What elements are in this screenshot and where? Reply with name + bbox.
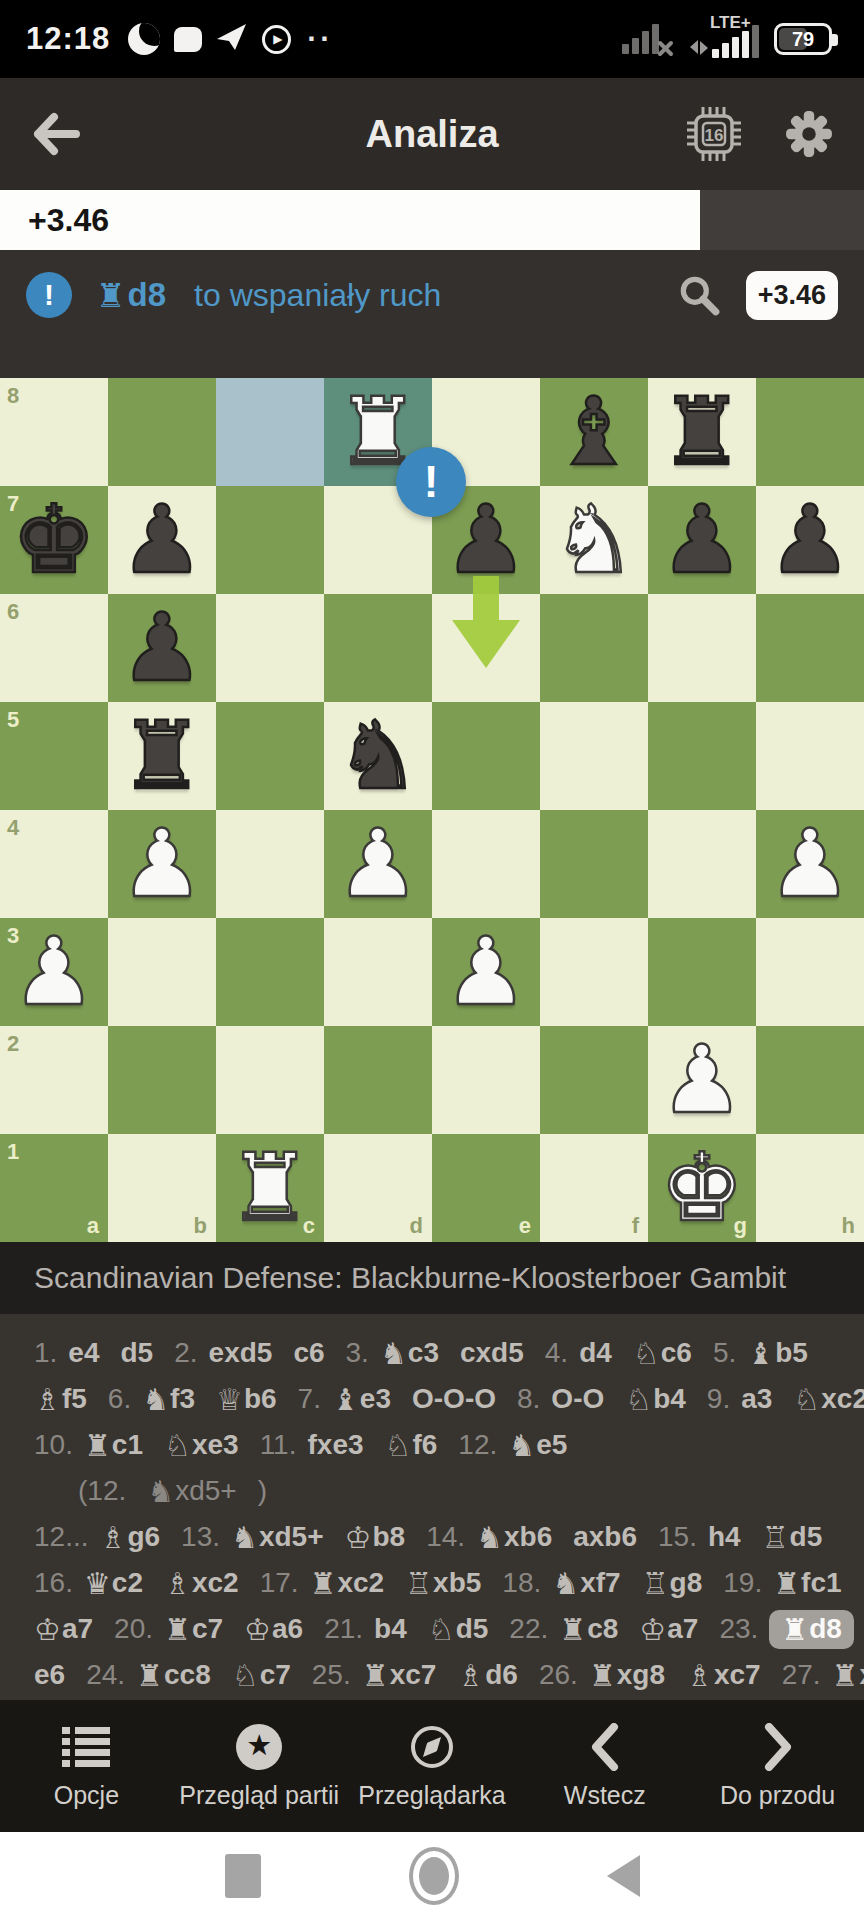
piece-wP-g2: ♟ xyxy=(648,1026,756,1134)
move-number: 7. xyxy=(298,1383,321,1415)
android-nav-bar xyxy=(0,1832,864,1920)
square-d5[interactable]: ♞ xyxy=(324,702,432,810)
move-number: 19. xyxy=(723,1567,762,1599)
move-number: 13. xyxy=(181,1521,220,1553)
piece-wP-b4: ♟ xyxy=(108,810,216,918)
figurine-bN: ♘ xyxy=(232,1658,259,1693)
move-token[interactable]: O-O-O xyxy=(412,1383,496,1415)
status-bar: 12:18 ▶ ·· LTE+ xyxy=(0,0,864,78)
search-icon[interactable] xyxy=(676,272,722,318)
square-a6[interactable]: 6 xyxy=(0,594,108,702)
file-label: b xyxy=(194,1213,207,1239)
figurine-wR: ♜ xyxy=(164,1612,191,1647)
square-b2[interactable] xyxy=(108,1026,216,1134)
move-number: 2. xyxy=(174,1337,197,1369)
move-number: 20. xyxy=(114,1613,153,1645)
battery-percent: 79 xyxy=(792,28,814,51)
file-label: h xyxy=(842,1213,855,1239)
square-c2[interactable] xyxy=(216,1026,324,1134)
piece-wP-e3: ♟ xyxy=(432,918,540,1026)
figurine-wN: ♞ xyxy=(508,1428,535,1463)
move-token[interactable]: ♖d5 xyxy=(762,1520,823,1555)
figurine-bN: ♘ xyxy=(385,1428,412,1463)
move-token[interactable]: ♞f3 xyxy=(142,1382,195,1417)
move-number: 12. xyxy=(458,1429,497,1461)
figurine-wR: ♜ xyxy=(310,1566,337,1601)
square-b8[interactable] xyxy=(108,378,216,486)
piece-bR-g8: ♜ xyxy=(648,378,756,486)
move-number: 9. xyxy=(707,1383,730,1415)
move-token[interactable]: ♗g6 xyxy=(99,1520,160,1555)
opening-name: Scandinavian Defense: Blackburne-Klooste… xyxy=(0,1242,864,1314)
square-c7[interactable] xyxy=(216,486,324,594)
square-f3[interactable] xyxy=(540,918,648,1026)
figurine-wR: ♜ xyxy=(589,1658,616,1693)
move-token[interactable]: ♘c7 xyxy=(232,1658,291,1693)
figurine-wN: ♞ xyxy=(552,1566,579,1601)
page-title: Analiza xyxy=(365,113,498,156)
square-h5[interactable] xyxy=(756,702,864,810)
move-token[interactable]: fxe3 xyxy=(307,1429,363,1461)
settings-gear-icon[interactable] xyxy=(784,109,834,159)
move-token[interactable]: ♕b6 xyxy=(216,1382,277,1417)
move-token[interactable]: ♛c2 xyxy=(84,1566,143,1601)
signal-sim1-icon xyxy=(622,15,674,63)
square-b3[interactable] xyxy=(108,918,216,1026)
move-number: 15. xyxy=(658,1521,697,1553)
square-c4[interactable] xyxy=(216,810,324,918)
move-token[interactable]: ♖xb5 xyxy=(405,1566,481,1601)
square-f4[interactable] xyxy=(540,810,648,918)
brilliant-move-badge: ! xyxy=(396,447,466,517)
chevron-left-icon xyxy=(588,1723,622,1771)
forward-move-button[interactable]: Do przodu xyxy=(691,1723,864,1810)
rank-label: 5 xyxy=(7,707,19,733)
square-a8[interactable]: 8 xyxy=(0,378,108,486)
analysis-comment: to wspaniały ruch xyxy=(194,277,441,314)
figurine-bB: ♗ xyxy=(164,1566,191,1601)
move-number: 23. xyxy=(719,1613,758,1645)
square-h1[interactable]: h xyxy=(756,1134,864,1242)
move-token[interactable]: ♜c7 xyxy=(164,1612,223,1647)
chat-notification-icon xyxy=(174,27,202,52)
square-c8[interactable] xyxy=(216,378,324,486)
move-token[interactable]: ♜xg7 xyxy=(832,1658,864,1693)
square-e4[interactable] xyxy=(432,810,540,918)
square-h2[interactable] xyxy=(756,1026,864,1134)
figurine-bK: ♔ xyxy=(345,1520,372,1555)
square-g4[interactable] xyxy=(648,810,756,918)
figurine-wB: ♝ xyxy=(332,1382,359,1417)
rank-label: 6 xyxy=(7,599,19,625)
square-a7[interactable]: 7♚ xyxy=(0,486,108,594)
move-token[interactable]: ♜xc7 xyxy=(362,1658,437,1693)
move-token[interactable]: ♗xc7 xyxy=(686,1658,761,1693)
engine-depth-value: 16 xyxy=(705,126,724,145)
figurine-bB: ♗ xyxy=(686,1658,713,1693)
back-move-button[interactable]: Wstecz xyxy=(518,1723,691,1810)
figurine-wN: ♞ xyxy=(142,1382,169,1417)
do-not-disturb-moon-icon xyxy=(128,23,160,55)
figurine-bB: ♗ xyxy=(34,1382,61,1417)
figurine-bN: ♘ xyxy=(793,1382,820,1417)
figurine-bB: ♗ xyxy=(99,1520,126,1555)
move-number: 8. xyxy=(517,1383,540,1415)
square-d3[interactable] xyxy=(324,918,432,1026)
figurine-bK: ♔ xyxy=(639,1612,666,1647)
piece-bP-h7: ♟ xyxy=(756,486,864,594)
evaluation-badge[interactable]: +3.46 xyxy=(746,271,838,320)
move-line: 16.♛c2♗xc217.♜xc2♖xb518.♞xf7♖g819.♜fc1 xyxy=(34,1560,856,1606)
move-token[interactable]: ♜fc1 xyxy=(773,1566,841,1601)
figurine-wB: ♝ xyxy=(747,1336,774,1371)
move-token[interactable]: ♖g8 xyxy=(642,1566,703,1601)
move-token[interactable]: e4 xyxy=(68,1337,99,1369)
figurine-bN: ♘ xyxy=(633,1336,660,1371)
move-token[interactable]: d4 xyxy=(579,1337,612,1369)
move-token[interactable]: ♔a7 xyxy=(639,1612,698,1647)
square-b7[interactable]: ♟ xyxy=(108,486,216,594)
square-f8[interactable]: ♝ xyxy=(540,378,648,486)
piece-wK-g1: ♚ xyxy=(648,1134,756,1242)
square-b4[interactable]: ♟ xyxy=(108,810,216,918)
figurine-wQ: ♛ xyxy=(84,1566,111,1601)
square-a4[interactable]: 4 xyxy=(0,810,108,918)
square-e6[interactable] xyxy=(432,594,540,702)
square-e5[interactable] xyxy=(432,702,540,810)
move-token[interactable]: O-O xyxy=(551,1383,604,1415)
move-token[interactable]: h4 xyxy=(708,1521,741,1553)
rank-label: 2 xyxy=(7,1031,19,1057)
move-number: 3. xyxy=(346,1337,369,1369)
file-label: e xyxy=(519,1213,531,1239)
move-token[interactable]: d5 xyxy=(121,1337,154,1369)
evaluation-bar: +3.46 xyxy=(0,190,864,250)
move-token[interactable]: ♝b5 xyxy=(747,1336,808,1371)
move-token[interactable]: ♜cc8 xyxy=(136,1658,211,1693)
options-button[interactable]: Opcje xyxy=(0,1723,173,1810)
variation-line: (12.♞xd5+) xyxy=(34,1468,856,1514)
chess-board: 8♜♝♜7♚♟♟♞♟♟6♟5♜♞4♟♟♟3♟♟2♟1abc♜defg♚h! xyxy=(0,378,864,1242)
square-h7[interactable]: ♟ xyxy=(756,486,864,594)
move-number: 27. xyxy=(782,1659,821,1691)
figurine-wR: ♜ xyxy=(781,1612,808,1647)
compass-icon xyxy=(411,1723,453,1771)
square-e3[interactable]: ♟ xyxy=(432,918,540,1026)
move-token[interactable]: ♞xf7 xyxy=(552,1566,620,1601)
square-a1[interactable]: 1a xyxy=(0,1134,108,1242)
figurine-bR: ♖ xyxy=(762,1520,789,1555)
square-b5[interactable]: ♜ xyxy=(108,702,216,810)
move-token[interactable]: ♔b8 xyxy=(345,1520,406,1555)
square-h6[interactable] xyxy=(756,594,864,702)
file-label: f xyxy=(632,1213,639,1239)
move-token[interactable]: b4 xyxy=(374,1613,407,1645)
move-token[interactable]: ♜xc2 xyxy=(310,1566,385,1601)
move-number: 26. xyxy=(539,1659,578,1691)
move-token[interactable]: a3 xyxy=(741,1383,772,1415)
square-d4[interactable]: ♟ xyxy=(324,810,432,918)
piece-bP-b7: ♟ xyxy=(108,486,216,594)
square-h3[interactable] xyxy=(756,918,864,1026)
square-d6[interactable] xyxy=(324,594,432,702)
file-label: d xyxy=(410,1213,423,1239)
piece-bR-b5: ♜ xyxy=(108,702,216,810)
engine-depth-chip-icon[interactable]: 16 xyxy=(686,106,742,162)
star-circle-icon: ★ xyxy=(236,1723,282,1771)
app-header: Analiza 16 xyxy=(0,78,864,190)
move-number: 16. xyxy=(34,1567,73,1599)
move-token[interactable]: ♘xe3 xyxy=(164,1428,239,1463)
app-screen: 12:18 ▶ ·· LTE+ xyxy=(0,0,864,1920)
move-number: 5. xyxy=(713,1337,736,1369)
figurine-bR: ♖ xyxy=(642,1566,669,1601)
move-number: 25. xyxy=(312,1659,351,1691)
move-token[interactable]: ♗xc2 xyxy=(164,1566,239,1601)
square-f6[interactable] xyxy=(540,594,648,702)
piece-wP-a3: ♟ xyxy=(0,918,108,1026)
square-a3[interactable]: 3♟ xyxy=(0,918,108,1026)
figurine-bK: ♔ xyxy=(244,1612,271,1647)
rank-label: 8 xyxy=(7,383,19,409)
move-token[interactable]: ♞xb6 xyxy=(476,1520,552,1555)
figurine-bB: ♗ xyxy=(457,1658,484,1693)
square-e1[interactable]: e xyxy=(432,1134,540,1242)
move-token[interactable]: ♘c6 xyxy=(633,1336,692,1371)
move-line: 1.e4d52.exd5c63.♞c3cxd54.d4♘c65.♝b5 xyxy=(34,1330,856,1376)
figurine-bN: ♘ xyxy=(428,1612,455,1647)
move-token[interactable]: ♞e5 xyxy=(508,1428,567,1463)
square-h8[interactable] xyxy=(756,378,864,486)
square-a2[interactable]: 2 xyxy=(0,1026,108,1134)
square-f7[interactable]: ♞ xyxy=(540,486,648,594)
figurine-wN: ♞ xyxy=(231,1520,258,1555)
square-f5[interactable] xyxy=(540,702,648,810)
figurine-wN: ♞ xyxy=(147,1474,174,1509)
move-token[interactable]: ♗d6 xyxy=(457,1658,518,1693)
square-g7[interactable]: ♟ xyxy=(648,486,756,594)
square-c1[interactable]: c♜ xyxy=(216,1134,324,1242)
back-button[interactable] xyxy=(30,112,82,156)
move-token[interactable]: ♝e3 xyxy=(332,1382,391,1417)
brilliant-move-icon: ! xyxy=(26,272,72,318)
move-number: 6. xyxy=(108,1383,131,1415)
square-d1[interactable]: d xyxy=(324,1134,432,1242)
move-token[interactable]: ♞c3 xyxy=(380,1336,439,1371)
move-line: ♔a720.♜c7♔a621.b4♘d522.♜c8♔a723.♜d8 xyxy=(34,1606,856,1652)
current-move[interactable]: ♜d8 xyxy=(769,1610,854,1649)
move-token[interactable]: ♘b4 xyxy=(625,1382,686,1417)
square-c6[interactable] xyxy=(216,594,324,702)
move-token[interactable]: ♔a7 xyxy=(34,1612,93,1647)
move-token[interactable]: (12. xyxy=(78,1475,126,1507)
move-token[interactable]: exd5 xyxy=(209,1337,273,1369)
move-token[interactable]: ♞xd5+ xyxy=(231,1520,324,1555)
move-token[interactable]: ♔a6 xyxy=(244,1612,303,1647)
square-g2[interactable]: ♟ xyxy=(648,1026,756,1134)
android-recents-button[interactable] xyxy=(225,1854,261,1898)
figurine-bN: ♘ xyxy=(164,1428,191,1463)
figurine-wR: ♜ xyxy=(773,1566,800,1601)
square-g1[interactable]: g♚ xyxy=(648,1134,756,1242)
move-token[interactable]: ♗f5 xyxy=(34,1382,87,1417)
square-f1[interactable]: f xyxy=(540,1134,648,1242)
figurine-bN: ♘ xyxy=(625,1382,652,1417)
move-number: 14. xyxy=(426,1521,465,1553)
bottom-toolbar: Opcje ★ Przegląd partii Przeglądarka Wst… xyxy=(0,1700,864,1832)
android-home-button[interactable] xyxy=(409,1847,459,1905)
square-h4[interactable]: ♟ xyxy=(756,810,864,918)
move-number: 24. xyxy=(86,1659,125,1691)
move-token[interactable]: ♘f6 xyxy=(385,1428,438,1463)
square-b6[interactable]: ♟ xyxy=(108,594,216,702)
piece-wP-d4: ♟ xyxy=(324,810,432,918)
square-g6[interactable] xyxy=(648,594,756,702)
move-number: 1. xyxy=(34,1337,57,1369)
figurine-wN: ♞ xyxy=(476,1520,503,1555)
analysis-move[interactable]: ♜d8 xyxy=(96,276,166,315)
piece-bN-d5: ♞ xyxy=(324,702,432,810)
move-number: 4. xyxy=(545,1337,568,1369)
figurine-wR: ♜ xyxy=(362,1658,389,1693)
move-token[interactable]: axb6 xyxy=(573,1521,637,1553)
move-number: 11. xyxy=(260,1429,297,1461)
move-number: 10. xyxy=(34,1429,73,1461)
move-line: 10.♜c1♘xe311.fxe3♘f612.♞e5 xyxy=(34,1422,856,1468)
figurine-bK: ♔ xyxy=(34,1612,61,1647)
analysis-move-figurine: ♜ xyxy=(96,276,126,315)
explorer-button[interactable]: Przeglądarka xyxy=(346,1723,519,1810)
figurine-bR: ♖ xyxy=(405,1566,432,1601)
list-icon xyxy=(62,1723,110,1771)
telegram-icon xyxy=(216,22,248,56)
move-token[interactable]: e6 xyxy=(34,1659,65,1691)
piece-wN-f7: ♞ xyxy=(540,486,648,594)
move-list: 1.e4d52.exd5c63.♞c3cxd54.d4♘c65.♝b5♗f56.… xyxy=(0,1314,864,1700)
move-token[interactable]: ♜c8 xyxy=(559,1612,618,1647)
move-token[interactable]: ♞xd5+ xyxy=(147,1474,236,1509)
rank-label: 4 xyxy=(7,815,19,841)
media-play-icon: ▶ xyxy=(262,25,291,54)
square-g8[interactable]: ♜ xyxy=(648,378,756,486)
figurine-bQ: ♕ xyxy=(216,1382,243,1417)
battery-indicator: 79 xyxy=(774,23,832,55)
move-number: 12... xyxy=(34,1521,88,1553)
piece-bB-f8: ♝ xyxy=(540,378,648,486)
move-number: 17. xyxy=(260,1567,299,1599)
clock: 12:18 xyxy=(26,21,110,57)
more-notifications-dots: ·· xyxy=(307,22,333,56)
rank-label: 1 xyxy=(7,1139,19,1165)
move-token[interactable]: c6 xyxy=(293,1337,324,1369)
square-d2[interactable] xyxy=(324,1026,432,1134)
analysis-section: ! ♜d8 to wspaniały ruch +3.46 xyxy=(0,250,864,378)
move-line: 12...♗g613.♞xd5+♔b814.♞xb6axb615.h4♖d5 xyxy=(34,1514,856,1560)
square-a5[interactable]: 5 xyxy=(0,702,108,810)
file-label: a xyxy=(87,1213,99,1239)
piece-bK-a7: ♚ xyxy=(0,486,108,594)
figurine-wN: ♞ xyxy=(380,1336,407,1371)
move-token[interactable]: ♜xg8 xyxy=(589,1658,665,1693)
move-line: e624.♜cc8♘c725.♜xc7♗d626.♜xg8♗xc727.♜xg7 xyxy=(34,1652,856,1698)
move-number: 18. xyxy=(502,1567,541,1599)
move-token[interactable]: ♘xc2 xyxy=(793,1382,864,1417)
move-line: ♗f56.♞f3♕b67.♝e3O-O-O8.O-O♘b49.a3♘xc2 xyxy=(34,1376,856,1422)
square-c5[interactable] xyxy=(216,702,324,810)
square-b1[interactable]: b xyxy=(108,1134,216,1242)
piece-wP-h4: ♟ xyxy=(756,810,864,918)
figurine-wR: ♜ xyxy=(136,1658,163,1693)
signal-lte-icon: LTE+ xyxy=(688,13,760,65)
figurine-wR: ♜ xyxy=(832,1658,859,1693)
square-g5[interactable] xyxy=(648,702,756,810)
piece-bP-g7: ♟ xyxy=(648,486,756,594)
piece-wR-c1: ♜ xyxy=(216,1134,324,1242)
move-number: 22. xyxy=(509,1613,548,1645)
android-back-button[interactable] xyxy=(607,1855,640,1897)
move-token[interactable]: ♘d5 xyxy=(428,1612,489,1647)
chevron-right-icon xyxy=(761,1723,795,1771)
square-c3[interactable] xyxy=(216,918,324,1026)
move-token[interactable]: ) xyxy=(258,1475,267,1507)
svg-text:LTE+: LTE+ xyxy=(710,13,751,32)
move-token[interactable]: ♜c1 xyxy=(84,1428,143,1463)
piece-bP-b6: ♟ xyxy=(108,594,216,702)
move-number: 21. xyxy=(324,1613,363,1645)
figurine-wR: ♜ xyxy=(559,1612,586,1647)
move-token[interactable]: cxd5 xyxy=(460,1337,524,1369)
square-g3[interactable] xyxy=(648,918,756,1026)
square-e2[interactable] xyxy=(432,1026,540,1134)
game-review-button[interactable]: ★ Przegląd partii xyxy=(173,1723,346,1810)
evaluation-value: +3.46 xyxy=(28,202,109,239)
figurine-wR: ♜ xyxy=(84,1428,111,1463)
square-f2[interactable] xyxy=(540,1026,648,1134)
